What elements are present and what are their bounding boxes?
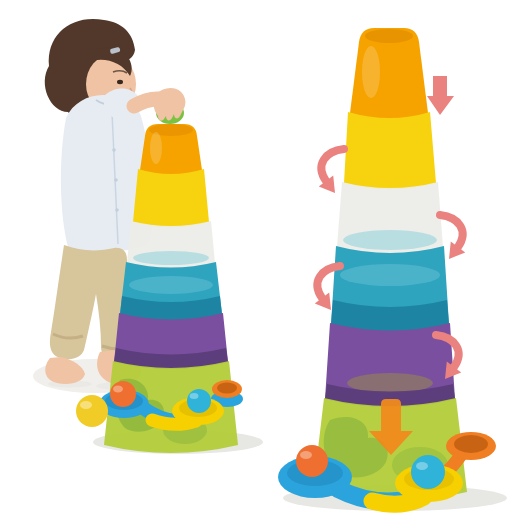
- ball-highlight: [190, 393, 199, 399]
- clear-cup-teal-hint: [133, 251, 209, 265]
- clear-cup-teal-hint: [343, 230, 437, 250]
- shirt-button: [114, 178, 118, 182]
- ball-highlight: [113, 386, 123, 393]
- small-tower-yellow-cup: [133, 169, 209, 228]
- orange-ball-small-tower: [110, 381, 136, 407]
- ball-highlight: [80, 401, 92, 409]
- base-orange-tray-inner: [454, 435, 488, 453]
- cap-top-shade: [365, 29, 413, 43]
- cap-highlight: [150, 132, 162, 164]
- shirt-button: [112, 148, 116, 152]
- yellow-ball-floor: [76, 395, 108, 427]
- product-photo: [0, 0, 520, 520]
- orange-ball-large-tower: [296, 445, 328, 477]
- blue-ball-small-tower: [187, 389, 211, 413]
- large-tower-yellow-cup: [344, 112, 436, 190]
- cap-highlight: [362, 46, 380, 98]
- base-orange-tray-inner: [217, 383, 237, 394]
- shirt-button: [115, 208, 119, 212]
- teal-cup-inner-disc: [340, 264, 440, 286]
- teal-cup-inner-disc: [129, 276, 213, 294]
- child-eye: [117, 80, 123, 84]
- ball-highlight: [416, 462, 428, 470]
- blue-ball-large-tower: [411, 455, 445, 489]
- ball-highlight: [300, 451, 312, 459]
